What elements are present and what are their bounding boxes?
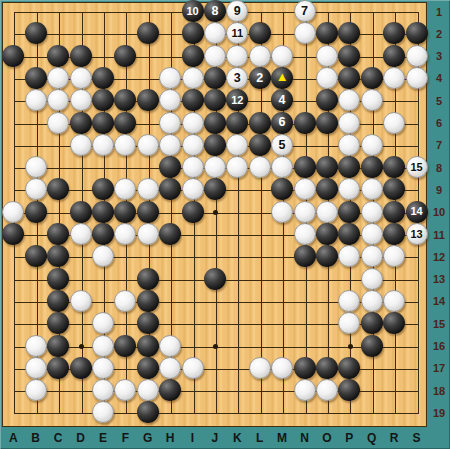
go-stone-B17 [25,357,47,379]
go-stone-H11 [159,223,181,245]
go-stone-C13 [47,268,69,290]
go-stone-C16 [47,335,69,357]
go-stone-S8: 15 [406,156,428,178]
go-stone-D7 [70,134,92,156]
column-label-D: D [70,431,92,445]
go-stone-B5 [25,89,47,111]
go-stone-M17 [271,357,293,379]
go-stone-E4 [92,67,114,89]
column-label-H: H [159,431,181,445]
go-stone-N10 [294,201,316,223]
go-stone-C14 [47,290,69,312]
go-stone-O5 [316,89,338,111]
go-stone-J6 [204,112,226,134]
row-label-1: 1 [429,6,449,18]
go-stone-B4 [25,67,47,89]
column-label-C: C [47,431,69,445]
go-stone-O10 [316,201,338,223]
go-stone-S2 [406,22,428,44]
triangle-marker-icon: ▲ [276,70,289,83]
go-stone-E5 [92,89,114,111]
go-stone-N1: 7 [294,0,316,22]
row-label-12: 12 [429,251,449,263]
go-stone-L17 [249,357,271,379]
go-stone-N17 [294,357,316,379]
go-stone-I5 [182,89,204,111]
go-stone-R6 [383,112,405,134]
go-stone-C4 [47,67,69,89]
go-stone-M10 [271,201,293,223]
go-stone-I1: 10 [182,0,204,22]
go-stone-I4 [182,67,204,89]
go-stone-G13 [137,268,159,290]
go-stone-L8 [249,156,271,178]
go-stone-Q10 [361,201,383,223]
column-label-I: I [182,431,204,445]
go-stone-Q11 [361,223,383,245]
go-stone-O3 [316,45,338,67]
column-label-J: J [204,431,226,445]
go-stone-G18 [137,379,159,401]
go-stone-B18 [25,379,47,401]
go-stone-D6 [70,112,92,134]
row-label-8: 8 [429,162,449,174]
go-stone-Q5 [361,89,383,111]
move-number-label: 3 [234,72,241,85]
go-stone-L3 [249,45,271,67]
go-stone-G5 [137,89,159,111]
go-stone-R11 [383,223,405,245]
go-stone-Q16 [361,335,383,357]
go-stone-E11 [92,223,114,245]
go-stone-Q13 [361,268,383,290]
go-stone-R3 [383,45,405,67]
go-stone-D10 [70,201,92,223]
go-stone-N11 [294,223,316,245]
move-number-label: 2 [256,72,263,85]
go-stone-E7 [92,134,114,156]
move-number-label: 14 [410,206,422,217]
go-stone-G15 [137,312,159,334]
go-stone-R10 [383,201,405,223]
go-stone-N9 [294,178,316,200]
go-stone-F16 [114,335,136,357]
move-number-label: 9 [234,5,241,18]
go-stone-M6: 6 [271,112,293,134]
go-stone-I17 [182,357,204,379]
go-stone-O6 [316,112,338,134]
go-stone-F7 [114,134,136,156]
go-stone-P17 [338,357,360,379]
row-label-6: 6 [429,117,449,129]
go-stone-J7 [204,134,226,156]
row-label-14: 14 [429,295,449,307]
go-stone-A3 [2,45,24,67]
go-stone-N18 [294,379,316,401]
go-stone-E17 [92,357,114,379]
go-stone-G2 [137,22,159,44]
go-stone-I9 [182,178,204,200]
go-stone-O11 [316,223,338,245]
go-stone-J4 [204,67,226,89]
go-stone-Q4 [361,67,383,89]
go-stone-D3 [70,45,92,67]
row-label-15: 15 [429,318,449,330]
star-point [79,344,84,349]
go-stone-O18 [316,379,338,401]
move-number-label: 8 [211,5,218,18]
go-stone-N6 [294,112,316,134]
go-stone-C11 [47,223,69,245]
column-label-E: E [92,431,114,445]
go-stone-H16 [159,335,181,357]
go-stone-R4 [383,67,405,89]
go-stone-E6 [92,112,114,134]
row-label-10: 10 [429,206,449,218]
go-stone-K6 [226,112,248,134]
move-number-label: 5 [279,139,286,152]
row-label-5: 5 [429,95,449,107]
move-number-label: 13 [410,229,422,240]
go-stone-E15 [92,312,114,334]
go-stone-K3 [226,45,248,67]
go-stone-G14 [137,290,159,312]
go-stone-F3 [114,45,136,67]
go-stone-I2 [182,22,204,44]
star-point [213,210,218,215]
column-label-K: K [226,431,248,445]
star-point [348,344,353,349]
column-label-F: F [114,431,136,445]
go-stone-Q8 [361,156,383,178]
go-stone-F6 [114,112,136,134]
go-stone-B2 [25,22,47,44]
go-stone-E10 [92,201,114,223]
column-label-B: B [25,431,47,445]
column-label-G: G [137,431,159,445]
move-number-label: 11 [231,28,243,39]
go-stone-K7 [226,134,248,156]
row-label-2: 2 [429,28,449,40]
grid-line-horizontal [14,413,418,414]
go-stone-G11 [137,223,159,245]
go-stone-L4: 2 [249,67,271,89]
go-stone-N8 [294,156,316,178]
go-stone-G17 [137,357,159,379]
go-stone-Q15 [361,312,383,334]
go-stone-R14 [383,290,405,312]
row-label-13: 13 [429,273,449,285]
go-stone-M3 [271,45,293,67]
go-stone-Q12 [361,245,383,267]
go-stone-D11 [70,223,92,245]
go-stone-G10 [137,201,159,223]
go-stone-H6 [159,112,181,134]
go-stone-I6 [182,112,204,134]
go-stone-J13 [204,268,226,290]
go-stone-A10 [2,201,24,223]
go-stone-L7 [249,134,271,156]
go-stone-P3 [338,45,360,67]
star-point [213,344,218,349]
go-stone-B8 [25,156,47,178]
go-stone-H4 [159,67,181,89]
go-stone-I8 [182,156,204,178]
go-stone-I10 [182,201,204,223]
go-stone-O17 [316,357,338,379]
go-stone-J5 [204,89,226,111]
go-stone-H17 [159,357,181,379]
column-label-Q: Q [361,431,383,445]
row-label-3: 3 [429,50,449,62]
go-stone-Q14 [361,290,383,312]
go-stone-F10 [114,201,136,223]
go-stone-N12 [294,245,316,267]
go-stone-M7: 5 [271,134,293,156]
row-label-7: 7 [429,139,449,151]
move-number-label: 6 [279,116,286,129]
column-label-R: R [383,431,405,445]
go-stone-B12 [25,245,47,267]
go-stone-S3 [406,45,428,67]
go-stone-Q9 [361,178,383,200]
go-stone-M4: ▲ [271,67,293,89]
go-stone-Q7 [361,134,383,156]
go-stone-N2 [294,22,316,44]
column-label-M: M [271,431,293,445]
go-stone-G16 [137,335,159,357]
row-label-18: 18 [429,385,449,397]
go-stone-I7 [182,134,204,156]
go-stone-G7 [137,134,159,156]
move-number-label: 7 [301,5,308,18]
go-stone-E18 [92,379,114,401]
go-stone-E16 [92,335,114,357]
go-stone-S4 [406,67,428,89]
go-stone-B9 [25,178,47,200]
go-stone-C3 [47,45,69,67]
go-stone-I3 [182,45,204,67]
column-label-A: A [2,431,24,445]
go-stone-P10 [338,201,360,223]
go-stone-L2 [249,22,271,44]
go-stone-D5 [70,89,92,111]
row-label-19: 19 [429,407,449,419]
go-stone-J1: 8 [204,0,226,22]
go-stone-B10 [25,201,47,223]
row-label-9: 9 [429,184,449,196]
go-stone-H7 [159,134,181,156]
row-label-4: 4 [429,72,449,84]
go-stone-D17 [70,357,92,379]
move-number-label: 10 [186,6,198,17]
move-number-label: 4 [279,94,286,107]
row-label-17: 17 [429,362,449,374]
go-stone-J8 [204,156,226,178]
go-app-frame: 108971132▲12465151413 ABCDEFGHIJKLMNOPQR… [0,0,450,449]
column-label-S: S [406,431,428,445]
go-stone-G19 [137,401,159,423]
go-stone-L6 [249,112,271,134]
column-label-P: P [338,431,360,445]
go-stone-P7 [338,134,360,156]
go-stone-J3 [204,45,226,67]
go-stone-D14 [70,290,92,312]
go-stone-S10: 14 [406,201,428,223]
row-label-11: 11 [429,229,449,241]
go-stone-C17 [47,357,69,379]
column-label-N: N [294,431,316,445]
go-stone-O4 [316,67,338,89]
go-stone-B16 [25,335,47,357]
row-label-16: 16 [429,340,449,352]
go-stone-O8 [316,156,338,178]
column-label-L: L [249,431,271,445]
go-stone-P6 [338,112,360,134]
column-label-O: O [316,431,338,445]
go-stone-S11: 13 [406,223,428,245]
go-stone-C6 [47,112,69,134]
go-stone-G9 [137,178,159,200]
go-stone-D4 [70,67,92,89]
move-number-label: 15 [410,162,422,173]
move-number-label: 12 [231,95,243,106]
